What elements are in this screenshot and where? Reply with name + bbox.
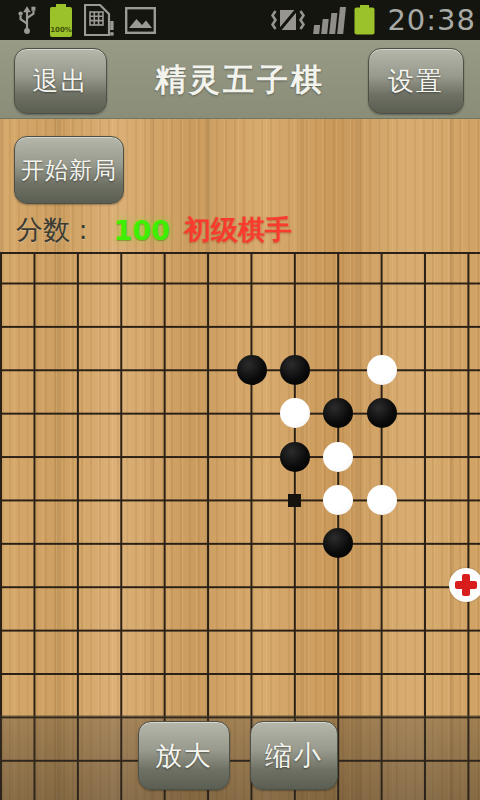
- bottom-overlay: [0, 715, 480, 800]
- white-stone: [280, 398, 310, 428]
- black-stone: [367, 398, 397, 428]
- usb-icon: [16, 5, 38, 35]
- zoom-out-button[interactable]: 缩小: [250, 721, 338, 790]
- clock: 20:38: [387, 3, 476, 37]
- score-label: 分数 :: [16, 212, 88, 248]
- black-stone: [237, 355, 267, 385]
- last-move-marker: [288, 494, 301, 507]
- battery-100-icon: 100%: [49, 4, 73, 37]
- title-bar: 精灵五子棋 退出 设置: [0, 40, 480, 119]
- white-stone: [367, 355, 397, 385]
- board-top-edge-line: [0, 252, 480, 254]
- battery-percent-label: 100%: [49, 26, 73, 34]
- black-stone: [323, 398, 353, 428]
- battery-icon: [354, 5, 375, 35]
- gomoku-app-screen: 100%: [0, 0, 480, 800]
- black-stone: [323, 528, 353, 558]
- exit-button[interactable]: 退出: [14, 48, 107, 114]
- status-icons-right: 20:38: [271, 3, 480, 37]
- vibrate-icon: [271, 6, 305, 34]
- android-status-bar: 100%: [0, 0, 480, 40]
- white-stone: [323, 442, 353, 472]
- white-stone: [323, 485, 353, 515]
- signal-bars-icon: [313, 7, 346, 34]
- settings-button[interactable]: 设置: [368, 48, 464, 114]
- score-value: 100: [114, 215, 170, 246]
- red-cross-v: [462, 574, 470, 596]
- red-cross-badge: [449, 568, 480, 602]
- zoom-in-button[interactable]: 放大: [138, 721, 230, 790]
- black-stone: [280, 442, 310, 472]
- player-rank-label: 初级棋手: [184, 212, 292, 248]
- new-game-button[interactable]: 开始新局: [14, 136, 124, 204]
- gallery-icon: [125, 7, 156, 34]
- black-stone: [280, 355, 310, 385]
- score-row: 分数 : 100 初级棋手: [16, 213, 292, 247]
- status-icons-left: 100%: [0, 4, 156, 37]
- sim-card-icon: [84, 4, 114, 36]
- white-stone: [367, 485, 397, 515]
